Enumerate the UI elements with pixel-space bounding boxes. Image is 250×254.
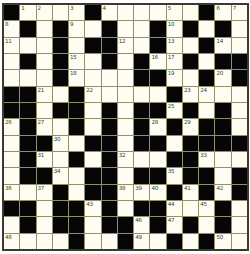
grid-cell[interactable]: 11 [4,38,19,53]
grid-cell-black [4,103,19,118]
grid-cell[interactable] [4,54,19,69]
grid-cell[interactable]: 7 [232,5,247,20]
grid-cell-black [183,168,198,183]
grid-cell[interactable]: 36 [4,185,19,200]
grid-cell[interactable]: 12 [118,38,133,53]
grid-cell[interactable] [183,38,198,53]
clue-number: 45 [200,201,207,207]
grid-cell[interactable]: 28 [150,119,165,134]
grid-cell[interactable]: 31 [37,152,52,167]
grid-cell[interactable] [118,201,133,216]
grid-cell[interactable] [232,217,247,232]
grid-cell-black [4,201,19,216]
grid-cell[interactable] [85,54,100,69]
grid-cell-black [37,136,52,151]
grid-cell[interactable] [183,70,198,85]
grid-cell[interactable] [20,234,35,249]
grid-cell-black [215,136,230,151]
grid-cell[interactable] [37,217,52,232]
grid-cell[interactable]: 10 [167,21,182,36]
grid-cell[interactable]: 1 [20,5,35,20]
clue-number: 17 [168,54,175,60]
grid-cell-black [215,21,230,36]
grid-cell-black [53,201,68,216]
grid-cell-black [215,217,230,232]
grid-cell[interactable] [118,70,133,85]
grid-cell[interactable] [232,152,247,167]
grid-cell-black [102,38,117,53]
grid-cell[interactable]: 4 [102,5,117,20]
grid-cell[interactable]: 14 [215,38,230,53]
grid-cell[interactable] [37,21,52,36]
grid-cell-black [20,201,35,216]
grid-cell-black [102,136,117,151]
clue-number: 16 [151,54,158,60]
grid-cell-black [183,54,198,69]
grid-cell-black [199,168,214,183]
clue-number: 18 [70,70,77,76]
clue-number: 36 [5,185,12,191]
grid-cell[interactable]: 46 [134,217,149,232]
grid-cell-black [102,21,117,36]
grid-cell-black [199,119,214,134]
grid-cell[interactable] [118,87,133,102]
grid-cell[interactable]: 24 [199,87,214,102]
grid-cell[interactable]: 39 [134,185,149,200]
grid-cell[interactable] [199,103,214,118]
grid-cell-black [37,168,52,183]
clue-number: 24 [200,87,207,93]
grid-cell[interactable] [53,119,68,134]
clue-number: 5 [168,5,171,11]
grid-cell[interactable] [53,5,68,20]
clue-number: 19 [168,70,175,76]
grid-cell-black [20,87,35,102]
grid-cell-black [69,103,84,118]
clue-number: 43 [86,201,93,207]
clue-number: 35 [168,168,175,174]
clue-number: 32 [119,152,126,158]
grid-cell[interactable] [118,168,133,183]
grid-cell[interactable] [37,201,52,216]
grid-cell[interactable] [53,152,68,167]
grid-cell[interactable] [232,38,247,53]
grid-cell[interactable]: 26 [4,119,19,134]
grid-cell[interactable] [85,234,100,249]
grid-cell-black [167,185,182,200]
clue-number: 6 [216,5,219,11]
grid-cell-black [85,38,100,53]
clue-number: 26 [5,119,12,125]
grid-cell-black [53,21,68,36]
grid-cell-black [20,136,35,151]
grid-cell[interactable]: 30 [53,136,68,151]
grid-cell[interactable] [215,152,230,167]
grid-cell-black [232,185,247,200]
grid-cell[interactable]: 34 [53,168,68,183]
grid-cell-black [232,70,247,85]
grid-cell[interactable] [53,234,68,249]
grid-cell[interactable]: 27 [37,119,52,134]
grid-cell-black [150,217,165,232]
grid-cell[interactable]: 15 [69,54,84,69]
grid-cell-black [102,54,117,69]
grid-cell[interactable] [232,103,247,118]
clue-number: 14 [216,38,223,44]
clue-number: 48 [5,234,12,240]
clue-number: 27 [38,119,45,125]
grid-cell[interactable]: 40 [150,185,165,200]
clue-number: 9 [70,21,73,27]
grid-cell[interactable] [37,103,52,118]
grid-cell-black [150,201,165,216]
grid-cell[interactable] [85,152,100,167]
clue-number: 1 [21,5,24,11]
crossword-grid: 1234567891011121314151617181920212223242… [2,3,249,251]
grid-cell-black [69,87,84,102]
clue-number: 11 [5,38,12,44]
grid-cell-black [102,201,117,216]
clue-number: 49 [135,234,142,240]
grid-cell-black [134,103,149,118]
grid-cell[interactable] [53,87,68,102]
grid-cell[interactable] [37,54,52,69]
grid-cell-black [102,168,117,183]
clue-number: 22 [86,87,93,93]
grid-cell[interactable]: 49 [134,234,149,249]
grid-cell[interactable]: 18 [69,70,84,85]
grid-cell[interactable]: 22 [85,87,100,102]
clue-number: 12 [119,38,126,44]
grid-cell-black [53,70,68,85]
grid-cell[interactable] [69,136,84,151]
grid-cell-black [183,152,198,167]
clue-number: 23 [184,87,191,93]
grid-cell[interactable] [199,217,214,232]
grid-cell-black [134,54,149,69]
clue-number: 39 [135,185,142,191]
grid-cell[interactable] [215,168,230,183]
grid-cell-black [134,70,149,85]
grid-cell-black [69,152,84,167]
clue-number: 40 [151,185,158,191]
grid-cell[interactable]: 29 [183,119,198,134]
grid-cell-black [215,119,230,134]
grid-cell[interactable]: 44 [167,201,182,216]
grid-cell-black [118,217,133,232]
grid-cell-black [134,168,149,183]
grid-cell[interactable] [150,152,165,167]
grid-cell-black [102,103,117,118]
grid-cell-black [150,70,165,85]
grid-cell[interactable] [232,87,247,102]
grid-cell[interactable] [118,103,133,118]
clue-number: 25 [168,103,175,109]
grid-cell-black [53,54,68,69]
grid-cell[interactable]: 19 [167,70,182,85]
grid-cell-black [150,168,165,183]
grid-cell[interactable] [134,38,149,53]
grid-cell-black [20,217,35,232]
grid-cell[interactable] [37,234,52,249]
grid-cell[interactable]: 21 [37,87,52,102]
grid-cell[interactable] [118,54,133,69]
grid-cell-black [232,168,247,183]
clue-number: 20 [216,70,223,76]
clue-number: 50 [216,234,223,240]
grid-cell-black [232,54,247,69]
grid-cell[interactable] [134,152,149,167]
grid-cell-black [20,168,35,183]
grid-cell[interactable]: 32 [118,152,133,167]
grid-cell[interactable]: 37 [37,185,52,200]
grid-cell[interactable] [85,217,100,232]
grid-cell[interactable]: 42 [215,185,230,200]
grid-cell-black [69,234,84,249]
grid-cell[interactable] [37,70,52,85]
crossword-board-wrap: 1234567891011121314151617181920212223242… [2,3,249,251]
grid-cell[interactable]: 38 [118,185,133,200]
grid-cell[interactable] [4,217,19,232]
grid-cell-black [102,217,117,232]
grid-cell[interactable]: 45 [199,201,214,216]
grid-cell-black [215,103,230,118]
grid-cell-black [199,234,214,249]
grid-cell-black [118,234,133,249]
grid-cell[interactable] [4,136,19,151]
grid-cell[interactable]: 35 [167,168,182,183]
clue-number: 31 [38,152,45,158]
grid-cell[interactable]: 2 [37,5,52,20]
grid-cell[interactable] [215,87,230,102]
clue-number: 34 [54,168,61,174]
clue-number: 7 [233,5,236,11]
grid-cell[interactable]: 9 [69,21,84,36]
grid-cell[interactable]: 13 [167,38,182,53]
grid-cell-black [167,234,182,249]
grid-cell[interactable] [232,21,247,36]
grid-cell-black [85,185,100,200]
grid-cell[interactable]: 33 [199,152,214,167]
grid-cell[interactable]: 3 [69,5,84,20]
grid-cell-black [183,217,198,232]
grid-cell-black [102,152,117,167]
grid-cell-black [167,152,182,167]
clue-number: 13 [168,38,175,44]
grid-cell[interactable] [102,234,117,249]
clue-number: 47 [168,217,175,223]
grid-cell-black [85,5,100,20]
clue-number: 37 [38,185,45,191]
grid-cell-black [199,38,214,53]
grid-cell-black [215,54,230,69]
grid-cell-black [150,136,165,151]
grid-cell-black [85,168,100,183]
grid-cell-black [167,119,182,134]
grid-cell-black [199,70,214,85]
grid-cell[interactable] [69,168,84,183]
grid-cell[interactable]: 6 [215,5,230,20]
grid-cell[interactable] [232,119,247,134]
grid-cell-black [20,103,35,118]
grid-cell[interactable]: 41 [183,185,198,200]
grid-cell[interactable] [183,234,198,249]
grid-cell[interactable] [134,87,149,102]
grid-cell[interactable] [118,119,133,134]
grid-cell-black [167,87,182,102]
grid-cell[interactable] [4,168,19,183]
grid-cell-black [53,103,68,118]
grid-cell-black [199,136,214,151]
grid-cell[interactable] [118,136,133,151]
grid-cell[interactable] [85,119,100,134]
grid-cell[interactable]: 5 [167,5,182,20]
grid-cell-black [69,201,84,216]
grid-cell[interactable] [102,70,117,85]
grid-cell-black [134,136,149,151]
grid-cell[interactable] [69,185,84,200]
clue-number: 2 [38,5,41,11]
grid-cell-black [53,38,68,53]
clue-number: 33 [200,152,207,158]
grid-cell-black [134,119,149,134]
grid-cell[interactable]: 8 [4,21,19,36]
grid-cell-black [53,217,68,232]
grid-cell[interactable]: 47 [167,217,182,232]
grid-cell[interactable] [102,87,117,102]
grid-cell-black [20,119,35,134]
clue-number: 21 [38,87,45,93]
grid-cell[interactable] [150,5,165,20]
clue-number: 44 [168,201,175,207]
clue-number: 3 [70,5,73,11]
grid-cell-black [69,119,84,134]
grid-cell[interactable] [199,54,214,69]
grid-cell[interactable] [150,234,165,249]
grid-cell-black [199,185,214,200]
grid-cell-black [134,201,149,216]
grid-cell-black [20,21,35,36]
grid-cell-black [232,136,247,151]
grid-cell[interactable]: 50 [215,234,230,249]
grid-cell-black [150,38,165,53]
grid-cell-black [20,54,35,69]
grid-cell-black [199,5,214,20]
clue-number: 29 [184,119,191,125]
grid-cell[interactable] [134,21,149,36]
grid-cell[interactable] [37,38,52,53]
grid-cell[interactable] [167,136,182,151]
grid-cell-black [183,136,198,151]
grid-cell[interactable]: 48 [4,234,19,249]
grid-cell-black [69,217,84,232]
grid-cell[interactable]: 16 [150,54,165,69]
grid-cell[interactable]: 17 [167,54,182,69]
grid-cell[interactable] [20,185,35,200]
crossword-page: 1234567891011121314151617181920212223242… [0,0,250,254]
grid-cell[interactable] [85,21,100,36]
grid-cell[interactable]: 25 [167,103,182,118]
grid-cell-black [150,21,165,36]
grid-cell-black [150,103,165,118]
grid-cell[interactable] [69,38,84,53]
grid-cell[interactable] [20,38,35,53]
grid-cell[interactable] [134,5,149,20]
clue-number: 41 [184,185,191,191]
grid-cell[interactable] [183,201,198,216]
grid-cell-black [183,21,198,36]
clue-number: 28 [151,119,158,125]
clue-number: 8 [5,21,8,27]
grid-cell[interactable]: 20 [215,70,230,85]
grid-cell-black [20,152,35,167]
clue-number: 4 [103,5,106,11]
grid-cell[interactable] [118,21,133,36]
grid-cell[interactable] [20,70,35,85]
grid-cell[interactable] [85,70,100,85]
grid-cell-black [4,87,19,102]
clue-number: 38 [119,185,126,191]
grid-cell[interactable] [199,21,214,36]
grid-cell-black [183,103,198,118]
grid-cell[interactable] [232,201,247,216]
grid-cell-black [85,136,100,151]
grid-cell-black [53,185,68,200]
clue-number: 15 [70,54,77,60]
grid-cell-black [215,201,230,216]
clue-number: 46 [135,217,142,223]
clue-number: 42 [216,185,223,191]
grid-cell[interactable]: 43 [85,201,100,216]
grid-cell[interactable] [232,234,247,249]
grid-cell[interactable] [118,5,133,20]
grid-cell[interactable] [4,70,19,85]
clue-number: 10 [168,21,175,27]
clue-number: 30 [54,136,61,142]
grid-cell[interactable] [4,152,19,167]
grid-cell[interactable] [183,5,198,20]
grid-cell-black [102,119,117,134]
grid-cell[interactable] [150,87,165,102]
grid-cell[interactable]: 23 [183,87,198,102]
grid-cell[interactable] [85,103,100,118]
grid-cell-black [4,5,19,20]
grid-cell-black [102,185,117,200]
